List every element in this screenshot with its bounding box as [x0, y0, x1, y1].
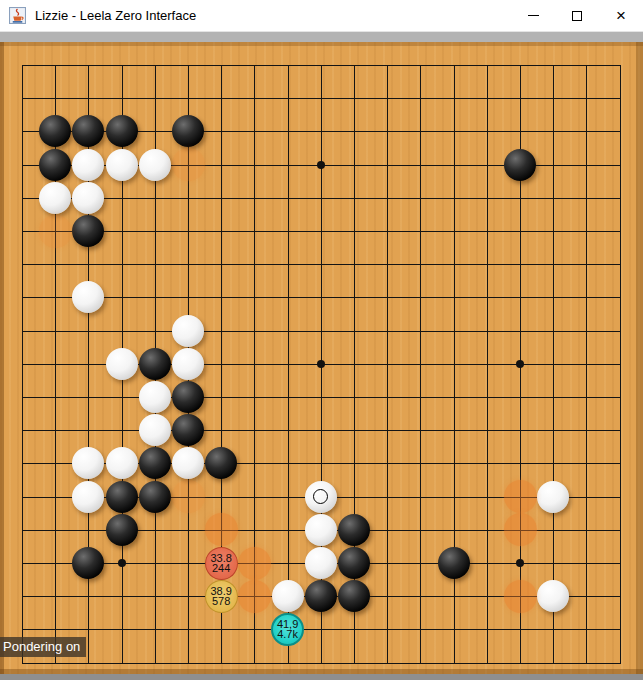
star-point	[317, 161, 325, 169]
black-stone	[39, 149, 71, 181]
black-stone	[139, 447, 171, 479]
white-stone	[172, 348, 204, 380]
candidate-visits: 578	[212, 596, 230, 607]
white-stone	[272, 580, 304, 612]
white-stone	[72, 447, 104, 479]
close-button[interactable]: ×	[599, 0, 643, 32]
window-title: Lizzie - Leela Zero Interface	[35, 8, 196, 23]
black-stone	[139, 348, 171, 380]
black-stone	[338, 547, 370, 579]
grid-line	[22, 663, 621, 664]
star-point	[118, 559, 126, 567]
frame-top-strip	[0, 32, 643, 42]
white-stone	[106, 447, 138, 479]
grid-line	[620, 65, 621, 663]
star-point	[317, 360, 325, 368]
grid-line	[387, 65, 388, 663]
candidate-move[interactable]	[504, 513, 537, 546]
white-stone	[106, 348, 138, 380]
best-move-candidate[interactable]: 41,94.7k	[271, 613, 304, 646]
white-stone	[72, 481, 104, 513]
white-stone	[305, 547, 337, 579]
white-stone	[139, 149, 171, 181]
lizzie-window: { "window": { "title": "Lizzie - Leela Z…	[0, 0, 643, 680]
title-bar[interactable]: Lizzie - Leela Zero Interface ×	[0, 0, 643, 32]
black-stone	[205, 447, 237, 479]
grid-line	[420, 65, 421, 663]
go-board[interactable]: 41,94.7k33.824438.9578	[0, 42, 643, 674]
white-stone	[106, 149, 138, 181]
white-stone	[139, 414, 171, 446]
grid-line	[586, 65, 587, 663]
candidate-move[interactable]	[238, 547, 271, 580]
white-stone	[172, 447, 204, 479]
black-stone	[72, 115, 104, 147]
minimize-icon	[528, 15, 539, 16]
candidate-move[interactable]	[172, 148, 205, 181]
white-stone	[72, 281, 104, 313]
black-stone	[338, 580, 370, 612]
grid-line	[22, 430, 621, 431]
white-stone	[39, 182, 71, 214]
black-stone	[172, 381, 204, 413]
minimize-button[interactable]	[511, 0, 555, 32]
candidate-move[interactable]	[238, 580, 271, 613]
white-stone	[537, 580, 569, 612]
maximize-button[interactable]	[555, 0, 599, 32]
maximize-icon	[572, 11, 582, 21]
black-stone	[72, 547, 104, 579]
white-stone	[537, 481, 569, 513]
white-stone	[139, 381, 171, 413]
black-stone	[504, 149, 536, 181]
black-stone	[338, 514, 370, 546]
black-stone	[39, 115, 71, 147]
white-stone	[72, 149, 104, 181]
black-stone	[106, 514, 138, 546]
star-point	[516, 559, 524, 567]
black-stone	[72, 215, 104, 247]
candidate-move[interactable]	[205, 513, 238, 546]
candidate-visits: 4.7k	[277, 629, 298, 640]
candidate-move[interactable]	[39, 215, 72, 248]
black-stone	[438, 547, 470, 579]
window-controls: ×	[511, 0, 643, 32]
frame-bottom-strip	[0, 674, 643, 680]
black-stone	[305, 580, 337, 612]
white-stone	[72, 182, 104, 214]
grid-line	[22, 397, 621, 398]
star-point	[516, 360, 524, 368]
candidate-move[interactable]	[504, 580, 537, 613]
candidate-move[interactable]: 38.9578	[205, 580, 238, 613]
candidate-move[interactable]	[172, 480, 205, 513]
black-stone	[172, 414, 204, 446]
close-icon: ×	[616, 7, 626, 24]
white-stone	[172, 315, 204, 347]
grid-line	[487, 65, 488, 663]
black-stone	[172, 115, 204, 147]
java-coffee-cup-icon	[9, 7, 26, 24]
black-stone	[106, 481, 138, 513]
black-stone	[139, 481, 171, 513]
candidate-visits: 244	[212, 563, 230, 574]
grid-line	[22, 629, 621, 630]
candidate-move[interactable]: 33.8244	[205, 547, 238, 580]
candidate-move[interactable]	[504, 480, 537, 513]
black-stone	[106, 115, 138, 147]
grid-line	[553, 65, 554, 663]
pondering-status: Pondering on	[0, 637, 86, 657]
white-stone	[305, 514, 337, 546]
